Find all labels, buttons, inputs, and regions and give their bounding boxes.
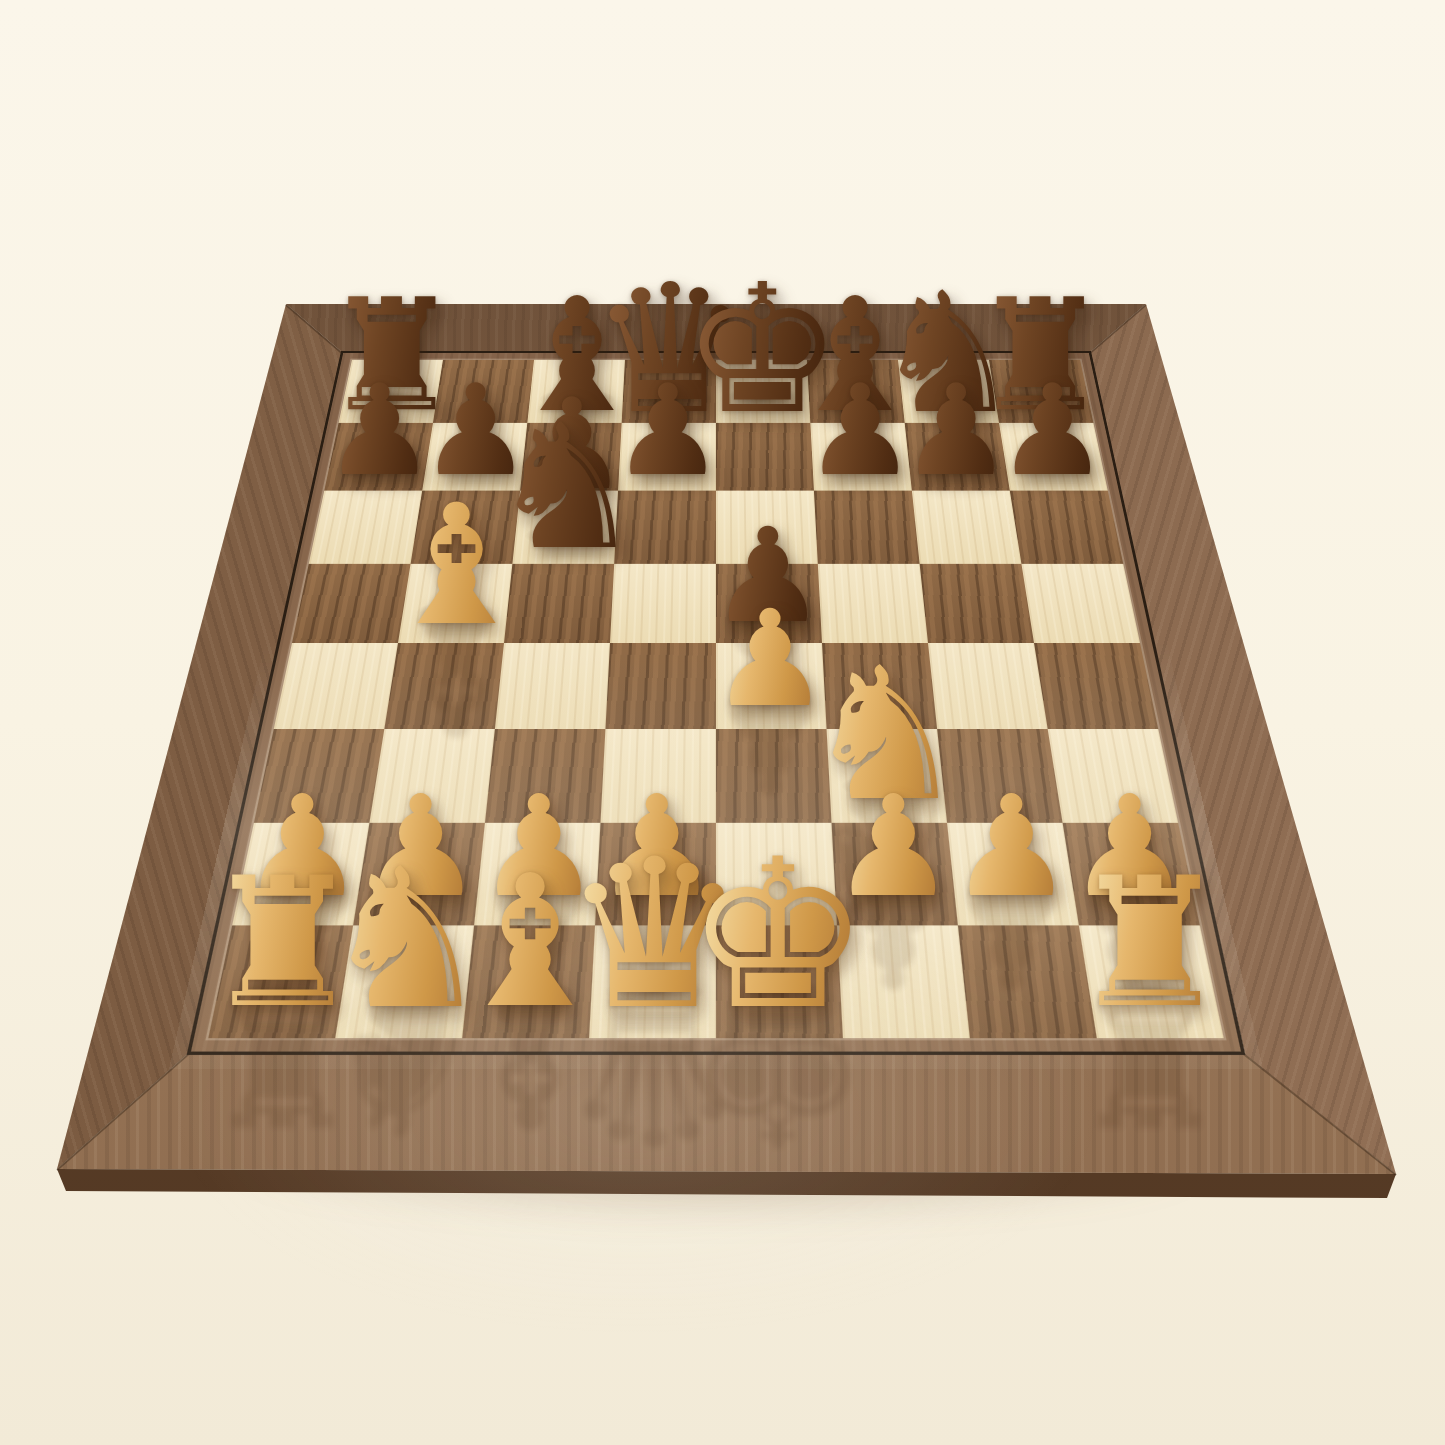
piece-white-pawn-g2[interactable]: ♟: [949, 777, 1074, 917]
piece-white-bishop-b5[interactable]: ♝: [382, 483, 531, 649]
chessboard-scene: ♜♝♛♚♝♞♜♟♟♟♟♟♟♟♞♟♟♝♝♟♟♞♞♟♟♟♟♟♟♟♟♟♟♟♟♟♟♜♜♞…: [0, 0, 1445, 1445]
piece-white-rook-h1[interactable]: ♜: [1069, 854, 1229, 1033]
piece-white-king-e1[interactable]: ♚: [686, 832, 871, 1038]
pieces-layer: ♜♝♛♚♝♞♜♟♟♟♟♟♟♟♞♟♟♝♝♟♟♞♞♟♟♟♟♟♟♟♟♟♟♟♟♟♟♜♜♞…: [0, 0, 1445, 1445]
piece-black-pawn-h7[interactable]: ♟: [996, 368, 1109, 494]
